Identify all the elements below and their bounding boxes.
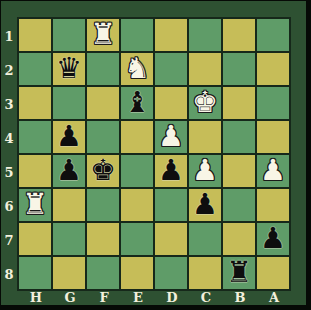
file-label-h: H xyxy=(19,290,53,305)
square-f7[interactable] xyxy=(87,223,119,255)
square-f8[interactable] xyxy=(87,257,119,289)
square-b7[interactable] xyxy=(223,223,255,255)
piece-white-rook[interactable]: ♜ xyxy=(22,188,48,220)
rank-labels: 12345678 xyxy=(1,19,17,291)
square-e3[interactable]: ♝ xyxy=(121,87,153,119)
square-b1[interactable] xyxy=(223,19,255,51)
square-f1[interactable]: ♜ xyxy=(87,19,119,51)
square-g2[interactable]: ♛ xyxy=(53,53,85,85)
square-d3[interactable] xyxy=(155,87,187,119)
square-f2[interactable] xyxy=(87,53,119,85)
square-e2[interactable]: ♞ xyxy=(121,53,153,85)
rank-label-5: 5 xyxy=(1,155,17,189)
square-c2[interactable] xyxy=(189,53,221,85)
square-e1[interactable] xyxy=(121,19,153,51)
square-f3[interactable] xyxy=(87,87,119,119)
piece-black-queen[interactable]: ♛ xyxy=(56,52,82,84)
rank-label-3: 3 xyxy=(1,87,17,121)
square-c1[interactable] xyxy=(189,19,221,51)
file-label-e: E xyxy=(121,290,155,305)
square-b2[interactable] xyxy=(223,53,255,85)
square-d4[interactable]: ♟ xyxy=(155,121,187,153)
piece-black-pawn[interactable]: ♟ xyxy=(56,120,82,152)
square-a2[interactable] xyxy=(257,53,289,85)
square-a6[interactable] xyxy=(257,189,289,221)
file-label-a: A xyxy=(257,290,291,305)
piece-black-bishop[interactable]: ♝ xyxy=(124,86,150,118)
square-c3[interactable]: ♚ xyxy=(189,87,221,119)
square-h2[interactable] xyxy=(19,53,51,85)
square-d8[interactable] xyxy=(155,257,187,289)
piece-white-pawn[interactable]: ♟ xyxy=(260,154,286,186)
square-e8[interactable] xyxy=(121,257,153,289)
rank-label-6: 6 xyxy=(1,189,17,223)
square-f6[interactable] xyxy=(87,189,119,221)
square-g7[interactable] xyxy=(53,223,85,255)
square-c5[interactable]: ♟ xyxy=(189,155,221,187)
rank-label-7: 7 xyxy=(1,223,17,257)
piece-black-king[interactable]: ♚ xyxy=(90,154,116,186)
piece-white-pawn[interactable]: ♟ xyxy=(158,120,184,152)
square-a7[interactable]: ♟ xyxy=(257,223,289,255)
square-a8[interactable] xyxy=(257,257,289,289)
square-g8[interactable] xyxy=(53,257,85,289)
square-c6[interactable]: ♟ xyxy=(189,189,221,221)
file-labels: HGFEDCBA xyxy=(19,290,291,305)
piece-black-pawn[interactable]: ♟ xyxy=(192,188,218,220)
piece-white-pawn[interactable]: ♟ xyxy=(192,154,218,186)
piece-black-pawn[interactable]: ♟ xyxy=(158,154,184,186)
square-h3[interactable] xyxy=(19,87,51,119)
square-h6[interactable]: ♜ xyxy=(19,189,51,221)
square-g3[interactable] xyxy=(53,87,85,119)
square-d2[interactable] xyxy=(155,53,187,85)
piece-black-pawn[interactable]: ♟ xyxy=(260,222,286,254)
piece-black-pawn[interactable]: ♟ xyxy=(56,154,82,186)
file-label-c: C xyxy=(189,290,223,305)
square-c8[interactable] xyxy=(189,257,221,289)
file-label-b: B xyxy=(223,290,257,305)
file-label-d: D xyxy=(155,290,189,305)
square-g1[interactable] xyxy=(53,19,85,51)
square-b4[interactable] xyxy=(223,121,255,153)
piece-white-rook[interactable]: ♜ xyxy=(90,18,116,50)
rank-label-4: 4 xyxy=(1,121,17,155)
square-f4[interactable] xyxy=(87,121,119,153)
square-h4[interactable] xyxy=(19,121,51,153)
square-d6[interactable] xyxy=(155,189,187,221)
square-b6[interactable] xyxy=(223,189,255,221)
chess-app-window: 12345678 ♜♛♞♝♚♟♟♟♚♟♟♟♜♟♟♜ HGFEDCBA xyxy=(0,0,311,310)
square-a1[interactable] xyxy=(257,19,289,51)
square-b8[interactable]: ♜ xyxy=(223,257,255,289)
square-e4[interactable] xyxy=(121,121,153,153)
square-h5[interactable] xyxy=(19,155,51,187)
square-h8[interactable] xyxy=(19,257,51,289)
square-e5[interactable] xyxy=(121,155,153,187)
board: ♜♛♞♝♚♟♟♟♚♟♟♟♜♟♟♜ xyxy=(17,17,291,291)
square-g6[interactable] xyxy=(53,189,85,221)
rank-label-2: 2 xyxy=(1,53,17,87)
rank-label-8: 8 xyxy=(1,257,17,291)
square-h1[interactable] xyxy=(19,19,51,51)
square-b3[interactable] xyxy=(223,87,255,119)
file-label-g: G xyxy=(53,290,87,305)
square-f5[interactable]: ♚ xyxy=(87,155,119,187)
square-c7[interactable] xyxy=(189,223,221,255)
square-h7[interactable] xyxy=(19,223,51,255)
piece-black-rook[interactable]: ♜ xyxy=(226,256,252,288)
square-e6[interactable] xyxy=(121,189,153,221)
square-a5[interactable]: ♟ xyxy=(257,155,289,187)
square-c4[interactable] xyxy=(189,121,221,153)
square-g4[interactable]: ♟ xyxy=(53,121,85,153)
square-d1[interactable] xyxy=(155,19,187,51)
square-e7[interactable] xyxy=(121,223,153,255)
square-d5[interactable]: ♟ xyxy=(155,155,187,187)
piece-white-king[interactable]: ♚ xyxy=(192,86,218,118)
square-a3[interactable] xyxy=(257,87,289,119)
piece-white-knight[interactable]: ♞ xyxy=(124,52,150,84)
rank-label-1: 1 xyxy=(1,19,17,53)
square-a4[interactable] xyxy=(257,121,289,153)
square-g5[interactable]: ♟ xyxy=(53,155,85,187)
square-d7[interactable] xyxy=(155,223,187,255)
file-label-f: F xyxy=(87,290,121,305)
square-b5[interactable] xyxy=(223,155,255,187)
